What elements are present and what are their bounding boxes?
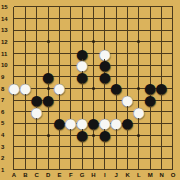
board-cell-L11[interactable] [133, 48, 144, 60]
column-label-G: G [77, 172, 88, 178]
row-label-5: 5 [1, 120, 12, 126]
board-cell-C11[interactable] [31, 48, 42, 60]
black-stone-G9[interactable]: ● [76, 71, 87, 83]
grid-line [161, 13, 162, 25]
board-cell-O10[interactable] [167, 59, 178, 71]
board-cell-H15[interactable] [88, 1, 99, 13]
board-cell-H14[interactable] [88, 13, 99, 25]
grid-line [36, 59, 37, 71]
grid-line [116, 48, 117, 60]
board-cell-C2[interactable] [31, 153, 42, 165]
grid-line [93, 59, 94, 71]
board-cell-E14[interactable] [54, 13, 65, 25]
board-cell-F3[interactable] [65, 141, 76, 153]
board-cell-D14[interactable] [42, 13, 53, 25]
board-cell-J2[interactable] [110, 153, 121, 165]
grid-line [172, 24, 173, 36]
black-stone-N8[interactable]: ● [156, 83, 167, 95]
board-cell-H5[interactable]: ● [88, 118, 99, 130]
board-cell-D6[interactable] [42, 106, 53, 118]
board-cell-L10[interactable] [133, 59, 144, 71]
board-cell-G9[interactable]: ● [76, 71, 87, 83]
board-cell-K15[interactable] [122, 1, 133, 13]
board-cell-J3[interactable] [110, 141, 121, 153]
grid-line [172, 129, 173, 141]
board-cell-G15[interactable] [76, 1, 87, 13]
board-cell-G3[interactable] [76, 141, 87, 153]
board-cell-L6[interactable]: ● [133, 106, 144, 118]
grid-line [104, 141, 105, 153]
board-cell-F4[interactable] [65, 129, 76, 141]
board-cell-N3[interactable] [156, 141, 167, 153]
grid-line [138, 59, 139, 71]
grid-line [25, 164, 26, 170]
board-cell-G4[interactable]: ● [76, 129, 87, 141]
board-cell-E12[interactable] [54, 36, 65, 48]
board-cell-G13[interactable] [76, 24, 87, 36]
grid-line [127, 48, 128, 60]
board-cell-J4[interactable] [110, 129, 121, 141]
board-cell-H3[interactable] [88, 141, 99, 153]
board-cell-F13[interactable] [65, 24, 76, 36]
grid-line [93, 48, 94, 60]
grid-line [161, 106, 162, 118]
board-cell-M7[interactable]: ● [144, 94, 155, 106]
grid-line [48, 153, 49, 165]
grid-line [59, 94, 60, 106]
board-cell-E15[interactable] [54, 1, 65, 13]
board-cell-O8[interactable] [167, 83, 178, 95]
board-cell-N2[interactable] [156, 153, 167, 165]
board-cell-D4[interactable] [42, 129, 53, 141]
board-cell-K9[interactable] [122, 71, 133, 83]
white-stone-K7[interactable]: ● [122, 94, 133, 106]
grid-line [172, 153, 173, 165]
white-stone-L6[interactable]: ● [133, 106, 144, 118]
black-stone-G4[interactable]: ● [76, 129, 87, 141]
board-cell-O2[interactable] [167, 153, 178, 165]
board-cell-B3[interactable] [20, 141, 31, 153]
board-cell-I14[interactable] [99, 13, 110, 25]
board-cell-D11[interactable] [42, 48, 53, 60]
grid-line [161, 164, 162, 170]
board-cell-D9[interactable]: ● [42, 71, 53, 83]
row-label-3: 3 [1, 144, 12, 150]
board-cell-O12[interactable] [167, 36, 178, 48]
grid-line [172, 48, 173, 60]
board-cell-J11[interactable] [110, 48, 121, 60]
board-cell-M4[interactable] [144, 129, 155, 141]
board-cell-D5[interactable] [42, 118, 53, 130]
row-label-11: 11 [1, 51, 12, 57]
grid-line [59, 129, 60, 141]
grid-line [150, 118, 151, 130]
grid-line [161, 153, 162, 165]
board-cell-C3[interactable] [31, 141, 42, 153]
grid-line [25, 36, 26, 48]
board-cell-F15[interactable] [65, 1, 76, 13]
board-cell-M12[interactable] [144, 36, 155, 48]
grid-line [93, 94, 94, 106]
grid-line [161, 118, 162, 130]
grid-line [150, 106, 151, 118]
grid-line [13, 153, 14, 165]
board-cell-L12[interactable] [133, 36, 144, 48]
board-cell-N5[interactable] [156, 118, 167, 130]
grid-line [161, 48, 162, 60]
board-cell-B13[interactable] [20, 24, 31, 36]
grid-line [70, 141, 71, 153]
grid-line [59, 59, 60, 71]
board-cell-B10[interactable] [20, 59, 31, 71]
board-cell-C12[interactable] [31, 36, 42, 48]
grid-line [127, 164, 128, 170]
grid-line [104, 153, 105, 165]
board-cell-F7[interactable] [65, 94, 76, 106]
board-cell-D2[interactable] [42, 153, 53, 165]
row-label-9: 9 [1, 74, 12, 80]
board-cell-E5[interactable]: ● [54, 118, 65, 130]
board-cell-O14[interactable] [167, 13, 178, 25]
grid-line [25, 59, 26, 71]
grid-line [70, 94, 71, 106]
board-cell-H10[interactable] [88, 59, 99, 71]
black-stone-I9[interactable]: ● [99, 71, 110, 83]
board-cell-N10[interactable] [156, 59, 167, 71]
board-cell-H4[interactable] [88, 129, 99, 141]
grid-line [138, 48, 139, 60]
grid-line [172, 141, 173, 153]
board-cell-G14[interactable] [76, 13, 87, 25]
grid-line [13, 48, 14, 60]
grid-line [104, 24, 105, 36]
board-cell-F11[interactable] [65, 48, 76, 60]
grid-line [48, 13, 49, 25]
white-stone-F5[interactable]: ● [65, 118, 76, 130]
grid-line [116, 129, 117, 141]
grid-line [82, 153, 83, 165]
star-point [137, 40, 140, 43]
black-stone-I4[interactable]: ● [99, 129, 110, 141]
grid-line [172, 94, 173, 106]
grid-line [150, 13, 151, 25]
grid-line [150, 153, 151, 165]
board-cell-I3[interactable] [99, 141, 110, 153]
board-cell-L14[interactable] [133, 13, 144, 25]
grid-line [127, 153, 128, 165]
board-cell-N4[interactable] [156, 129, 167, 141]
row-label-12: 12 [1, 39, 12, 45]
grid-line [127, 24, 128, 36]
grid-line [59, 48, 60, 60]
grid-line [36, 48, 37, 60]
board-cell-I15[interactable] [99, 1, 110, 13]
board-cell-J12[interactable] [110, 36, 121, 48]
board-cell-J13[interactable] [110, 24, 121, 36]
grid-line [161, 36, 162, 48]
grid-line [93, 13, 94, 25]
board-cell-D12[interactable] [42, 36, 53, 48]
board-cell-I2[interactable] [99, 153, 110, 165]
board-cell-B11[interactable] [20, 48, 31, 60]
board-cell-G2[interactable] [76, 153, 87, 165]
board-cell-O4[interactable] [167, 129, 178, 141]
black-stone-K5[interactable]: ● [122, 118, 133, 130]
grid-line [93, 71, 94, 83]
grid-line [82, 94, 83, 106]
board-cell-I8[interactable] [99, 83, 110, 95]
grid-line [138, 164, 139, 170]
board-cell-N8[interactable]: ● [156, 83, 167, 95]
board-cell-C5[interactable] [31, 118, 42, 130]
board-cell-E13[interactable] [54, 24, 65, 36]
grid-line [161, 129, 162, 141]
grid-line [13, 36, 14, 48]
grid-line [127, 129, 128, 141]
grid-line [172, 83, 173, 95]
board-cell-O3[interactable] [167, 141, 178, 153]
black-stone-D7[interactable]: ● [42, 94, 53, 106]
board-cell-H12[interactable] [88, 36, 99, 48]
grid-line [172, 118, 173, 130]
board-cell-M10[interactable] [144, 59, 155, 71]
grid-line [116, 13, 117, 25]
grid-line [82, 13, 83, 25]
board-cell-M6[interactable] [144, 106, 155, 118]
board-cell-O13[interactable] [167, 24, 178, 36]
black-stone-M7[interactable]: ● [144, 94, 155, 106]
board-cell-L2[interactable] [133, 153, 144, 165]
white-stone-B8[interactable]: ● [20, 83, 31, 95]
grid-line [36, 36, 37, 48]
board-cell-O15[interactable] [167, 1, 178, 13]
board-cell-C13[interactable] [31, 24, 42, 36]
board-cell-H11[interactable] [88, 48, 99, 60]
board-cell-L13[interactable] [133, 24, 144, 36]
grid-line [70, 129, 71, 141]
board-cell-M14[interactable] [144, 13, 155, 25]
board-cell-K10[interactable] [122, 59, 133, 71]
board-cell-K12[interactable] [122, 36, 133, 48]
row-label-15: 15 [1, 4, 12, 10]
white-stone-E8[interactable]: ● [54, 83, 65, 95]
board-cell-H8[interactable] [88, 83, 99, 95]
grid-line [104, 83, 105, 95]
column-label-H: H [88, 172, 99, 178]
column-label-L: L [133, 172, 144, 178]
row-label-6: 6 [1, 109, 12, 115]
grid-line [93, 141, 94, 153]
board-cell-H2[interactable] [88, 153, 99, 165]
board-cell-C15[interactable] [31, 1, 42, 13]
board-cell-G7[interactable] [76, 94, 87, 106]
star-point [47, 134, 50, 137]
board-cell-F2[interactable] [65, 153, 76, 165]
board-cell-M13[interactable] [144, 24, 155, 36]
board-cell-C6[interactable]: ● [31, 106, 42, 118]
board-cell-K2[interactable] [122, 153, 133, 165]
board-cell-O5[interactable] [167, 118, 178, 130]
board-cell-B4[interactable] [20, 129, 31, 141]
board-cell-C10[interactable] [31, 59, 42, 71]
board-cell-K7[interactable]: ● [122, 94, 133, 106]
grid-line [36, 153, 37, 165]
column-label-E: E [54, 172, 65, 178]
star-point [137, 134, 140, 137]
board-cell-B2[interactable] [20, 153, 31, 165]
board-cell-F5[interactable]: ● [65, 118, 76, 130]
grid-line [172, 164, 173, 170]
board-cell-F9[interactable] [65, 71, 76, 83]
grid-line [104, 13, 105, 25]
row-label-2: 2 [1, 155, 12, 161]
grid-line [138, 118, 139, 130]
row-label-10: 10 [1, 62, 12, 68]
board-cell-I7[interactable] [99, 94, 110, 106]
go-board[interactable]: ●●●●●●●●●●●●●●●●●●●●●●●●●●●● 15141312111… [0, 0, 180, 180]
board-cell-H9[interactable] [88, 71, 99, 83]
grid-line [93, 164, 94, 170]
board-cell-B5[interactable] [20, 118, 31, 130]
board-cell-L4[interactable] [133, 129, 144, 141]
grid-line [127, 71, 128, 83]
board-cell-O6[interactable] [167, 106, 178, 118]
board-cell-E3[interactable] [54, 141, 65, 153]
board-cell-E4[interactable] [54, 129, 65, 141]
grid-line [138, 153, 139, 165]
board-cell-C4[interactable] [31, 129, 42, 141]
board-cell-O9[interactable] [167, 71, 178, 83]
board-cell-B8[interactable]: ● [20, 83, 31, 95]
board-cell-B14[interactable] [20, 13, 31, 25]
board-cell-B12[interactable] [20, 36, 31, 48]
grid-line [82, 164, 83, 170]
board-cell-E10[interactable] [54, 59, 65, 71]
grid-line [172, 59, 173, 71]
grid-line [59, 164, 60, 170]
grid-line [25, 13, 26, 25]
grid-line [138, 141, 139, 153]
grid-line [13, 59, 14, 71]
board-cell-M11[interactable] [144, 48, 155, 60]
grid-line [48, 24, 49, 36]
board-cell-J14[interactable] [110, 13, 121, 25]
board-cell-L3[interactable] [133, 141, 144, 153]
board-cell-L15[interactable] [133, 1, 144, 13]
board-cell-M5[interactable] [144, 118, 155, 130]
grid-line [161, 24, 162, 36]
board-cell-I13[interactable] [99, 24, 110, 36]
board-cell-F8[interactable] [65, 83, 76, 95]
grid-line [13, 106, 14, 118]
grid-line [150, 164, 151, 170]
grid-line [104, 164, 105, 170]
star-point [137, 87, 140, 90]
grid-line [36, 13, 37, 25]
grid-line [25, 129, 26, 141]
grid-line [70, 83, 71, 95]
grid-line [150, 141, 151, 153]
board-cell-N14[interactable] [156, 13, 167, 25]
board-cell-B6[interactable] [20, 106, 31, 118]
board-cell-D13[interactable] [42, 24, 53, 36]
board-cell-C14[interactable] [31, 13, 42, 25]
board-cell-D3[interactable] [42, 141, 53, 153]
grid-line [70, 24, 71, 36]
column-label-I: I [99, 172, 110, 178]
board-cell-E7[interactable] [54, 94, 65, 106]
grid-line [172, 36, 173, 48]
board-cell-G8[interactable] [76, 83, 87, 95]
board-cell-B15[interactable] [20, 1, 31, 13]
board-cell-N12[interactable] [156, 36, 167, 48]
board-cell-B7[interactable] [20, 94, 31, 106]
board-cell-J10[interactable] [110, 59, 121, 71]
grid-line [36, 129, 37, 141]
board-cell-I4[interactable]: ● [99, 129, 110, 141]
grid-line [48, 48, 49, 60]
board-cell-L5[interactable] [133, 118, 144, 130]
board-cell-K4[interactable] [122, 129, 133, 141]
black-stone-D9[interactable]: ● [42, 71, 53, 83]
board-cell-F12[interactable] [65, 36, 76, 48]
column-label-F: F [65, 172, 76, 178]
board-cell-N6[interactable] [156, 106, 167, 118]
column-label-B: B [20, 172, 31, 178]
board-cell-N7[interactable] [156, 94, 167, 106]
board-cell-F14[interactable] [65, 13, 76, 25]
board-cell-N13[interactable] [156, 24, 167, 36]
board-cell-N11[interactable] [156, 48, 167, 60]
board-cell-K3[interactable] [122, 141, 133, 153]
black-stone-H5[interactable]: ● [88, 118, 99, 130]
grid-line [70, 36, 71, 48]
board-cell-M15[interactable] [144, 1, 155, 13]
board-cell-N15[interactable] [156, 1, 167, 13]
grid-line [36, 24, 37, 36]
grid-line [70, 59, 71, 71]
board-cell-C9[interactable] [31, 71, 42, 83]
board-cell-E2[interactable] [54, 153, 65, 165]
board-cell-K11[interactable] [122, 48, 133, 60]
board-cell-E8[interactable]: ● [54, 83, 65, 95]
board-cell-K14[interactable] [122, 13, 133, 25]
board-cell-O11[interactable] [167, 48, 178, 60]
grid-line [116, 153, 117, 165]
board-cell-O7[interactable] [167, 94, 178, 106]
board-cell-D15[interactable] [42, 1, 53, 13]
white-stone-C6[interactable]: ● [31, 106, 42, 118]
board-cell-L9[interactable] [133, 71, 144, 83]
board-cell-J15[interactable] [110, 1, 121, 13]
board-cell-K5[interactable]: ● [122, 118, 133, 130]
board-cell-E11[interactable] [54, 48, 65, 60]
board-cell-H13[interactable] [88, 24, 99, 36]
board-cell-D7[interactable]: ● [42, 94, 53, 106]
grid-line [150, 59, 151, 71]
board-cell-M3[interactable] [144, 141, 155, 153]
grid-line [13, 24, 14, 36]
grid-line [70, 164, 71, 170]
grid-line [116, 24, 117, 36]
board-cell-H7[interactable] [88, 94, 99, 106]
board-cell-M2[interactable] [144, 153, 155, 165]
board-cell-F10[interactable] [65, 59, 76, 71]
board-cell-I9[interactable]: ● [99, 71, 110, 83]
board-cell-K13[interactable] [122, 24, 133, 36]
board-cell-L8[interactable] [133, 83, 144, 95]
black-stone-E5[interactable]: ● [54, 118, 65, 130]
